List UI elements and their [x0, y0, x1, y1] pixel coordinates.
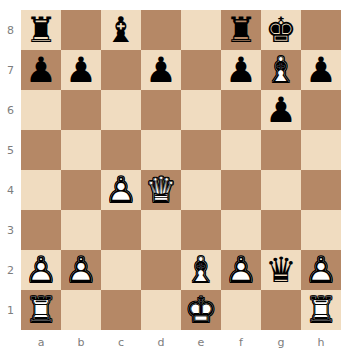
file-label-a: a: [21, 330, 61, 354]
square-c5[interactable]: [101, 130, 141, 170]
piece-fill-layer: ♟: [301, 250, 341, 290]
square-d1[interactable]: [141, 290, 181, 330]
rank-labels: 87654321: [0, 10, 21, 330]
piece-fill-layer: ♚: [181, 290, 221, 330]
square-g3[interactable]: [261, 210, 301, 250]
square-h8[interactable]: [301, 10, 341, 50]
piece-outline-layer: ♗: [261, 50, 301, 90]
square-g8[interactable]: ♚: [261, 10, 301, 50]
square-g2[interactable]: ♛: [261, 250, 301, 290]
file-label-f: f: [221, 330, 261, 354]
square-h5[interactable]: [301, 130, 341, 170]
white-bishop: ♝♗: [261, 50, 301, 90]
square-e3[interactable]: [181, 210, 221, 250]
file-label-d: d: [141, 330, 181, 354]
chess-board-diagram: 87654321 ♜♝♜♚♟♟♟♟♝♗♟♟♟♙♛♕♟♙♟♙♝♗♟♙♛♟♙♜♖♚♔…: [0, 0, 352, 354]
black-bishop: ♝: [101, 10, 141, 50]
piece-outline-layer: ♗: [181, 250, 221, 290]
piece-fill-layer: ♛: [141, 170, 181, 210]
square-d7[interactable]: ♟: [141, 50, 181, 90]
piece-fill-layer: ♚: [261, 10, 301, 50]
piece-outline-layer: ♙: [221, 250, 261, 290]
piece-fill-layer: ♝: [101, 10, 141, 50]
square-g4[interactable]: [261, 170, 301, 210]
square-h2[interactable]: ♟♙: [301, 250, 341, 290]
square-c8[interactable]: ♝: [101, 10, 141, 50]
square-c6[interactable]: [101, 90, 141, 130]
square-b1[interactable]: [61, 290, 101, 330]
square-c7[interactable]: [101, 50, 141, 90]
square-b8[interactable]: [61, 10, 101, 50]
piece-fill-layer: ♟: [301, 50, 341, 90]
white-king: ♚♔: [181, 290, 221, 330]
square-a8[interactable]: ♜: [21, 10, 61, 50]
piece-outline-layer: ♖: [301, 290, 341, 330]
square-g6[interactable]: ♟: [261, 90, 301, 130]
square-e7[interactable]: [181, 50, 221, 90]
file-label-h: h: [301, 330, 341, 354]
piece-outline-layer: ♔: [181, 290, 221, 330]
piece-outline-layer: ♕: [141, 170, 181, 210]
white-queen: ♛♕: [141, 170, 181, 210]
square-f3[interactable]: [221, 210, 261, 250]
white-rook: ♜♖: [21, 290, 61, 330]
square-a7[interactable]: ♟: [21, 50, 61, 90]
square-d6[interactable]: [141, 90, 181, 130]
square-f7[interactable]: ♟: [221, 50, 261, 90]
rank-label-4: 4: [0, 170, 21, 210]
square-c1[interactable]: [101, 290, 141, 330]
piece-fill-layer: ♟: [141, 50, 181, 90]
square-b3[interactable]: [61, 210, 101, 250]
square-c2[interactable]: [101, 250, 141, 290]
piece-outline-layer: ♙: [301, 250, 341, 290]
black-king: ♚: [261, 10, 301, 50]
piece-outline-layer: ♙: [101, 170, 141, 210]
rank-label-3: 3: [0, 210, 21, 250]
piece-fill-layer: ♜: [21, 290, 61, 330]
square-g5[interactable]: [261, 130, 301, 170]
square-h3[interactable]: [301, 210, 341, 250]
square-f8[interactable]: ♜: [221, 10, 261, 50]
square-a3[interactable]: [21, 210, 61, 250]
file-label-b: b: [61, 330, 101, 354]
square-a2[interactable]: ♟♙: [21, 250, 61, 290]
piece-fill-layer: ♜: [221, 10, 261, 50]
square-a5[interactable]: [21, 130, 61, 170]
white-bishop: ♝♗: [181, 250, 221, 290]
square-f1[interactable]: [221, 290, 261, 330]
square-d2[interactable]: [141, 250, 181, 290]
square-e2[interactable]: ♝♗: [181, 250, 221, 290]
piece-fill-layer: ♟: [261, 90, 301, 130]
square-b4[interactable]: [61, 170, 101, 210]
square-h7[interactable]: ♟: [301, 50, 341, 90]
square-c4[interactable]: ♟♙: [101, 170, 141, 210]
square-b2[interactable]: ♟♙: [61, 250, 101, 290]
square-b6[interactable]: [61, 90, 101, 130]
piece-fill-layer: ♝: [181, 250, 221, 290]
black-queen: ♛: [261, 250, 301, 290]
black-rook: ♜: [21, 10, 61, 50]
square-e1[interactable]: ♚♔: [181, 290, 221, 330]
black-pawn: ♟: [221, 50, 261, 90]
piece-fill-layer: ♟: [21, 50, 61, 90]
square-e4[interactable]: [181, 170, 221, 210]
square-h6[interactable]: [301, 90, 341, 130]
piece-outline-layer: ♙: [61, 250, 101, 290]
square-a4[interactable]: [21, 170, 61, 210]
square-e5[interactable]: [181, 130, 221, 170]
square-a6[interactable]: [21, 90, 61, 130]
square-f2[interactable]: ♟♙: [221, 250, 261, 290]
square-f6[interactable]: [221, 90, 261, 130]
square-d8[interactable]: [141, 10, 181, 50]
piece-fill-layer: ♜: [301, 290, 341, 330]
black-pawn: ♟: [141, 50, 181, 90]
rank-label-2: 2: [0, 250, 21, 290]
black-rook: ♜: [221, 10, 261, 50]
square-d3[interactable]: [141, 210, 181, 250]
square-g1[interactable]: [261, 290, 301, 330]
piece-outline-layer: ♙: [21, 250, 61, 290]
square-g7[interactable]: ♝♗: [261, 50, 301, 90]
square-a1[interactable]: ♜♖: [21, 290, 61, 330]
black-pawn: ♟: [61, 50, 101, 90]
square-f5[interactable]: [221, 130, 261, 170]
square-e6[interactable]: [181, 90, 221, 130]
piece-fill-layer: ♟: [221, 250, 261, 290]
piece-outline-layer: ♖: [21, 290, 61, 330]
square-d5[interactable]: [141, 130, 181, 170]
piece-fill-layer: ♟: [21, 250, 61, 290]
black-pawn: ♟: [261, 90, 301, 130]
piece-fill-layer: ♟: [61, 250, 101, 290]
piece-fill-layer: ♟: [221, 50, 261, 90]
white-pawn: ♟♙: [221, 250, 261, 290]
square-b5[interactable]: [61, 130, 101, 170]
white-pawn: ♟♙: [301, 250, 341, 290]
rank-label-1: 1: [0, 290, 21, 330]
piece-fill-layer: ♟: [61, 50, 101, 90]
square-h1[interactable]: ♜♖: [301, 290, 341, 330]
rank-label-8: 8: [0, 10, 21, 50]
file-labels: abcdefgh: [21, 330, 341, 354]
white-pawn: ♟♙: [21, 250, 61, 290]
square-h4[interactable]: [301, 170, 341, 210]
square-b7[interactable]: ♟: [61, 50, 101, 90]
square-d4[interactable]: ♛♕: [141, 170, 181, 210]
black-pawn: ♟: [301, 50, 341, 90]
file-label-g: g: [261, 330, 301, 354]
piece-fill-layer: ♛: [261, 250, 301, 290]
rank-label-6: 6: [0, 90, 21, 130]
square-f4[interactable]: [221, 170, 261, 210]
chess-board: ♜♝♜♚♟♟♟♟♝♗♟♟♟♙♛♕♟♙♟♙♝♗♟♙♛♟♙♜♖♚♔♜♖: [21, 10, 341, 330]
piece-fill-layer: ♜: [21, 10, 61, 50]
piece-fill-layer: ♟: [101, 170, 141, 210]
black-pawn: ♟: [21, 50, 61, 90]
square-c3[interactable]: [101, 210, 141, 250]
white-pawn: ♟♙: [61, 250, 101, 290]
file-label-e: e: [181, 330, 221, 354]
rank-label-5: 5: [0, 130, 21, 170]
file-label-c: c: [101, 330, 141, 354]
white-pawn: ♟♙: [101, 170, 141, 210]
piece-fill-layer: ♝: [261, 50, 301, 90]
square-e8[interactable]: [181, 10, 221, 50]
rank-label-7: 7: [0, 50, 21, 90]
white-rook: ♜♖: [301, 290, 341, 330]
